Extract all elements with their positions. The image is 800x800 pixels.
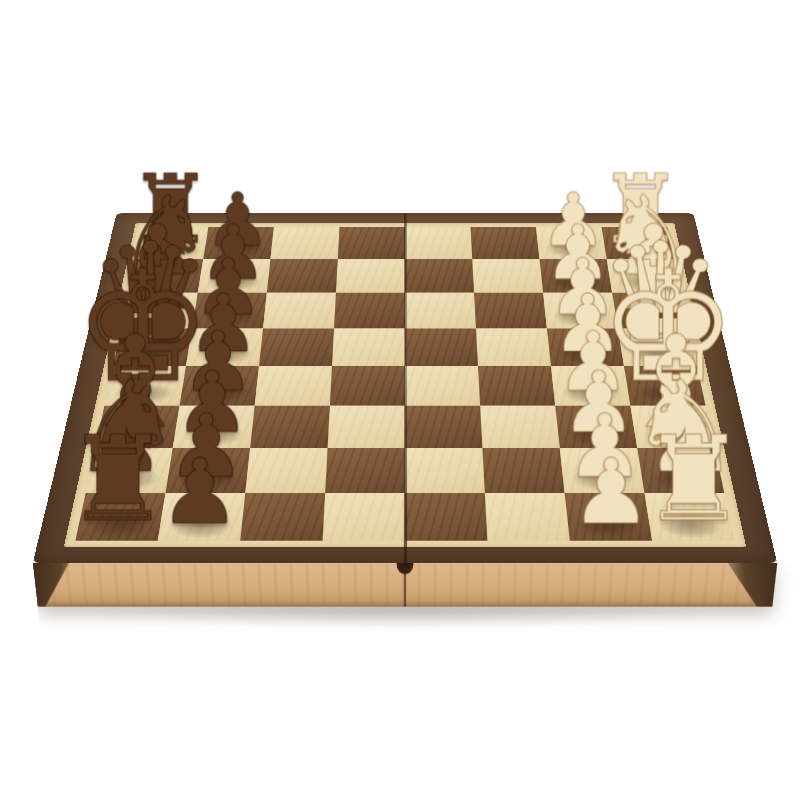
square-e3[interactable]	[478, 366, 555, 406]
square-h5[interactable]	[323, 493, 405, 541]
chessboard: ♜♟♟♜♞♟♟♞♝♟♟♝♛♟♟♛♚♟♟♚♝♟♟♝♞♟♟♞♜♟♟♜	[33, 213, 778, 563]
square-d5[interactable]	[332, 328, 405, 366]
square-f4[interactable]	[405, 406, 482, 448]
square-b5[interactable]	[336, 259, 405, 293]
square-a4[interactable]	[405, 227, 472, 259]
square-h3[interactable]	[485, 493, 570, 541]
box-corner-left	[32, 559, 76, 607]
square-d6[interactable]	[259, 328, 334, 366]
square-h7[interactable]: ♟	[158, 493, 246, 541]
square-h6[interactable]	[240, 493, 325, 541]
square-e6[interactable]	[255, 366, 332, 406]
square-g3[interactable]	[482, 448, 564, 493]
square-b3[interactable]	[472, 259, 543, 293]
square-g4[interactable]	[405, 448, 485, 493]
hinge-notch-icon	[396, 559, 413, 575]
square-g6[interactable]	[245, 448, 327, 493]
square-b4[interactable]	[405, 259, 474, 293]
square-h8[interactable]: ♜	[75, 493, 165, 541]
square-a5[interactable]	[338, 227, 405, 259]
box-corner-right	[720, 559, 777, 607]
square-h4[interactable]	[405, 493, 487, 541]
square-c6[interactable]	[263, 293, 336, 329]
playing-area: ♜♟♟♜♞♟♟♞♝♟♟♝♛♟♟♛♚♟♟♚♝♟♟♝♞♟♟♞♜♟♟♜	[75, 227, 734, 541]
square-f6[interactable]	[250, 406, 330, 448]
square-d4[interactable]	[405, 328, 478, 366]
square-h2[interactable]: ♟	[565, 493, 653, 541]
black-rook-h8[interactable]: ♜	[65, 421, 170, 538]
square-e4[interactable]	[405, 366, 480, 406]
scene: ♜♟♟♜♞♟♟♞♝♟♟♝♛♟♟♛♚♟♟♚♝♟♟♝♞♟♟♞♜♟♟♜	[0, 0, 800, 800]
board-inner-border: ♜♟♟♜♞♟♟♞♝♟♟♝♛♟♟♛♚♟♟♚♝♟♟♝♞♟♟♞♜♟♟♜	[64, 223, 746, 546]
square-f5[interactable]	[328, 406, 405, 448]
square-c4[interactable]	[405, 293, 476, 329]
box-side	[33, 563, 778, 606]
black-pawn-h7[interactable]: ♟	[159, 448, 240, 538]
square-h1[interactable]: ♜	[644, 493, 734, 541]
white-pawn-h2[interactable]: ♟	[570, 448, 651, 538]
square-g5[interactable]	[325, 448, 405, 493]
square-b6[interactable]	[267, 259, 338, 293]
square-a3[interactable]	[471, 227, 540, 259]
square-f3[interactable]	[480, 406, 560, 448]
square-a6[interactable]	[271, 227, 340, 259]
square-d3[interactable]	[476, 328, 551, 366]
square-e5[interactable]	[330, 366, 405, 406]
white-rook-h1[interactable]: ♜	[640, 421, 745, 538]
square-c3[interactable]	[474, 293, 547, 329]
square-c5[interactable]	[334, 293, 405, 329]
